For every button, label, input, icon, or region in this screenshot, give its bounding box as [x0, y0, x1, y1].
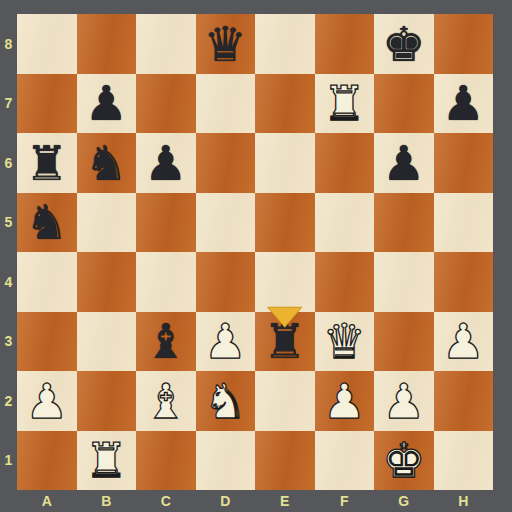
file-label-H: H — [434, 490, 494, 512]
chess-board-window: ♛♚♟♜♟♜♞♟♟♞♝♟♜♛♟♟♝♞♟♟♜♚ 87654321 ABCDEFGH — [0, 0, 512, 512]
piece-white-pawn-g2[interactable]: ♟ — [374, 371, 434, 431]
square-c7[interactable] — [136, 74, 196, 134]
square-c4[interactable] — [136, 252, 196, 312]
square-b8[interactable] — [77, 14, 137, 74]
square-b7[interactable]: ♟ — [77, 74, 137, 134]
square-c2[interactable]: ♝ — [136, 371, 196, 431]
square-f7[interactable]: ♜ — [315, 74, 375, 134]
square-a6[interactable]: ♜ — [17, 133, 77, 193]
square-d6[interactable] — [196, 133, 256, 193]
square-e1[interactable] — [255, 431, 315, 491]
square-g6[interactable]: ♟ — [374, 133, 434, 193]
square-g5[interactable] — [374, 193, 434, 253]
square-d5[interactable] — [196, 193, 256, 253]
square-a1[interactable] — [17, 431, 77, 491]
piece-white-pawn-h3[interactable]: ♟ — [434, 312, 494, 372]
piece-black-queen-d8[interactable]: ♛ — [196, 14, 256, 74]
square-d2[interactable]: ♞ — [196, 371, 256, 431]
file-label-B: B — [77, 490, 137, 512]
square-e6[interactable] — [255, 133, 315, 193]
square-f1[interactable] — [315, 431, 375, 491]
square-h1[interactable] — [434, 431, 494, 491]
piece-black-pawn-h7[interactable]: ♟ — [434, 74, 494, 134]
piece-black-knight-b6[interactable]: ♞ — [77, 133, 137, 193]
square-b1[interactable]: ♜ — [77, 431, 137, 491]
square-d7[interactable] — [196, 74, 256, 134]
square-a4[interactable] — [17, 252, 77, 312]
square-a2[interactable]: ♟ — [17, 371, 77, 431]
rank-label-5: 5 — [0, 193, 17, 253]
piece-white-queen-f3[interactable]: ♛ — [315, 312, 375, 372]
square-d1[interactable] — [196, 431, 256, 491]
rank-label-4: 4 — [0, 252, 17, 312]
piece-black-pawn-b7[interactable]: ♟ — [77, 74, 137, 134]
square-a7[interactable] — [17, 74, 77, 134]
piece-white-rook-f7[interactable]: ♜ — [315, 74, 375, 134]
square-g1[interactable]: ♚ — [374, 431, 434, 491]
square-g3[interactable] — [374, 312, 434, 372]
rank-label-6: 6 — [0, 133, 17, 193]
square-g4[interactable] — [374, 252, 434, 312]
square-b3[interactable] — [77, 312, 137, 372]
piece-black-rook-a6[interactable]: ♜ — [17, 133, 77, 193]
square-d4[interactable] — [196, 252, 256, 312]
square-a3[interactable] — [17, 312, 77, 372]
square-b5[interactable] — [77, 193, 137, 253]
square-e3[interactable]: ♜ — [255, 312, 315, 372]
square-f3[interactable]: ♛ — [315, 312, 375, 372]
square-d3[interactable]: ♟ — [196, 312, 256, 372]
rank-label-7: 7 — [0, 74, 17, 134]
square-c3[interactable]: ♝ — [136, 312, 196, 372]
square-c8[interactable] — [136, 14, 196, 74]
rank-label-3: 3 — [0, 312, 17, 372]
piece-black-pawn-g6[interactable]: ♟ — [374, 133, 434, 193]
square-h4[interactable] — [434, 252, 494, 312]
square-h5[interactable] — [434, 193, 494, 253]
square-f6[interactable] — [315, 133, 375, 193]
square-h2[interactable] — [434, 371, 494, 431]
piece-white-knight-d2[interactable]: ♞ — [196, 371, 256, 431]
file-label-C: C — [136, 490, 196, 512]
square-g2[interactable]: ♟ — [374, 371, 434, 431]
file-label-D: D — [196, 490, 256, 512]
square-d8[interactable]: ♛ — [196, 14, 256, 74]
square-a8[interactable] — [17, 14, 77, 74]
piece-white-pawn-f2[interactable]: ♟ — [315, 371, 375, 431]
rank-label-1: 1 — [0, 431, 17, 491]
square-h3[interactable]: ♟ — [434, 312, 494, 372]
square-b4[interactable] — [77, 252, 137, 312]
square-f8[interactable] — [315, 14, 375, 74]
file-label-F: F — [315, 490, 375, 512]
square-g8[interactable]: ♚ — [374, 14, 434, 74]
square-b6[interactable]: ♞ — [77, 133, 137, 193]
piece-white-bishop-c2[interactable]: ♝ — [136, 371, 196, 431]
piece-white-rook-b1[interactable]: ♜ — [77, 431, 137, 491]
square-h8[interactable] — [434, 14, 494, 74]
chess-board: ♛♚♟♜♟♜♞♟♟♞♝♟♜♛♟♟♝♞♟♟♜♚ — [17, 14, 493, 490]
square-f5[interactable] — [315, 193, 375, 253]
file-label-G: G — [374, 490, 434, 512]
piece-white-pawn-d3[interactable]: ♟ — [196, 312, 256, 372]
square-c5[interactable] — [136, 193, 196, 253]
piece-black-king-g8[interactable]: ♚ — [374, 14, 434, 74]
square-c1[interactable] — [136, 431, 196, 491]
square-f2[interactable]: ♟ — [315, 371, 375, 431]
square-e4[interactable] — [255, 252, 315, 312]
square-b2[interactable] — [77, 371, 137, 431]
piece-black-knight-a5[interactable]: ♞ — [17, 193, 77, 253]
rank-label-8: 8 — [0, 14, 17, 74]
piece-black-bishop-c3[interactable]: ♝ — [136, 312, 196, 372]
square-e2[interactable] — [255, 371, 315, 431]
piece-black-pawn-c6[interactable]: ♟ — [136, 133, 196, 193]
piece-white-king-g1[interactable]: ♚ — [374, 431, 434, 491]
square-a5[interactable]: ♞ — [17, 193, 77, 253]
square-h7[interactable]: ♟ — [434, 74, 494, 134]
square-e8[interactable] — [255, 14, 315, 74]
piece-black-rook-e3[interactable]: ♜ — [255, 312, 315, 372]
piece-white-pawn-a2[interactable]: ♟ — [17, 371, 77, 431]
square-f4[interactable] — [315, 252, 375, 312]
square-e7[interactable] — [255, 74, 315, 134]
file-label-A: A — [17, 490, 77, 512]
square-h6[interactable] — [434, 133, 494, 193]
rank-label-2: 2 — [0, 371, 17, 431]
square-e5[interactable] — [255, 193, 315, 253]
square-c6[interactable]: ♟ — [136, 133, 196, 193]
square-g7[interactable] — [374, 74, 434, 134]
file-label-E: E — [255, 490, 315, 512]
